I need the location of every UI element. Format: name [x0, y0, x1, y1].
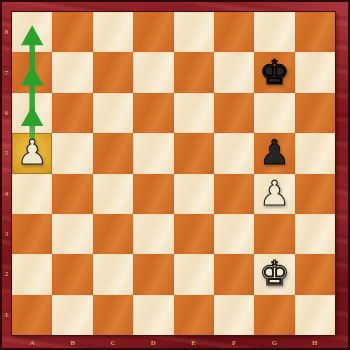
square-c1[interactable] — [93, 295, 133, 335]
square-d5[interactable] — [133, 133, 173, 173]
square-c2[interactable] — [93, 254, 133, 294]
black-king-g7[interactable]: ♚ — [254, 51, 294, 91]
square-h6[interactable] — [295, 93, 335, 133]
square-h5[interactable] — [295, 133, 335, 173]
square-f7[interactable] — [214, 52, 254, 92]
square-h4[interactable] — [295, 174, 335, 214]
rank-label-6: 6 — [1, 93, 12, 133]
square-h3[interactable] — [295, 214, 335, 254]
square-h7[interactable] — [295, 52, 335, 92]
square-e2[interactable] — [174, 254, 214, 294]
square-h2[interactable] — [295, 254, 335, 294]
square-f6[interactable] — [214, 93, 254, 133]
square-g1[interactable] — [254, 295, 294, 335]
rank-label-4: 4 — [1, 174, 12, 214]
square-b7[interactable] — [52, 52, 92, 92]
square-a6[interactable] — [12, 93, 52, 133]
square-b5[interactable] — [52, 133, 92, 173]
square-b4[interactable] — [52, 174, 92, 214]
file-label-b: B — [52, 336, 92, 349]
square-h8[interactable] — [295, 12, 335, 52]
square-e7[interactable] — [174, 52, 214, 92]
square-e5[interactable] — [174, 133, 214, 173]
square-a2[interactable] — [12, 254, 52, 294]
square-d1[interactable] — [133, 295, 173, 335]
chess-board-screenshot: ♟♚♟♟♚ 87654321ABCDEFGH — [0, 0, 350, 350]
square-h1[interactable] — [295, 295, 335, 335]
square-d8[interactable] — [133, 12, 173, 52]
square-b6[interactable] — [52, 93, 92, 133]
file-label-e: E — [174, 336, 214, 349]
file-label-d: D — [133, 336, 173, 349]
square-b8[interactable] — [52, 12, 92, 52]
square-c5[interactable] — [93, 133, 133, 173]
square-d3[interactable] — [133, 214, 173, 254]
black-pawn-g5[interactable]: ♟ — [254, 132, 294, 172]
square-e4[interactable] — [174, 174, 214, 214]
rank-label-5: 5 — [1, 133, 12, 173]
square-e1[interactable] — [174, 295, 214, 335]
square-d7[interactable] — [133, 52, 173, 92]
square-a1[interactable] — [12, 295, 52, 335]
rank-label-3: 3 — [1, 214, 12, 254]
rank-label-7: 7 — [1, 52, 12, 92]
square-f3[interactable] — [214, 214, 254, 254]
square-b3[interactable] — [52, 214, 92, 254]
file-label-g: G — [254, 336, 294, 349]
file-label-h: H — [295, 336, 335, 349]
file-label-a: A — [12, 336, 52, 349]
square-e3[interactable] — [174, 214, 214, 254]
square-d2[interactable] — [133, 254, 173, 294]
square-b1[interactable] — [52, 295, 92, 335]
square-f8[interactable] — [214, 12, 254, 52]
square-e8[interactable] — [174, 12, 214, 52]
square-c4[interactable] — [93, 174, 133, 214]
square-a3[interactable] — [12, 214, 52, 254]
rank-label-2: 2 — [1, 254, 12, 294]
square-g8[interactable] — [254, 12, 294, 52]
square-c6[interactable] — [93, 93, 133, 133]
square-e6[interactable] — [174, 93, 214, 133]
square-f1[interactable] — [214, 295, 254, 335]
white-pawn-a5[interactable]: ♟ — [12, 132, 52, 172]
rank-label-1: 1 — [1, 295, 12, 335]
square-d4[interactable] — [133, 174, 173, 214]
square-b2[interactable] — [52, 254, 92, 294]
square-f2[interactable] — [214, 254, 254, 294]
file-label-f: F — [214, 336, 254, 349]
square-g6[interactable] — [254, 93, 294, 133]
square-f4[interactable] — [214, 174, 254, 214]
white-king-g2[interactable]: ♚ — [254, 253, 294, 293]
square-a7[interactable] — [12, 52, 52, 92]
square-a8[interactable] — [12, 12, 52, 52]
square-d6[interactable] — [133, 93, 173, 133]
square-c7[interactable] — [93, 52, 133, 92]
square-a4[interactable] — [12, 174, 52, 214]
square-f5[interactable] — [214, 133, 254, 173]
square-c8[interactable] — [93, 12, 133, 52]
white-pawn-g4[interactable]: ♟ — [254, 173, 294, 213]
file-label-c: C — [93, 336, 133, 349]
rank-label-8: 8 — [1, 12, 12, 52]
square-g3[interactable] — [254, 214, 294, 254]
square-c3[interactable] — [93, 214, 133, 254]
